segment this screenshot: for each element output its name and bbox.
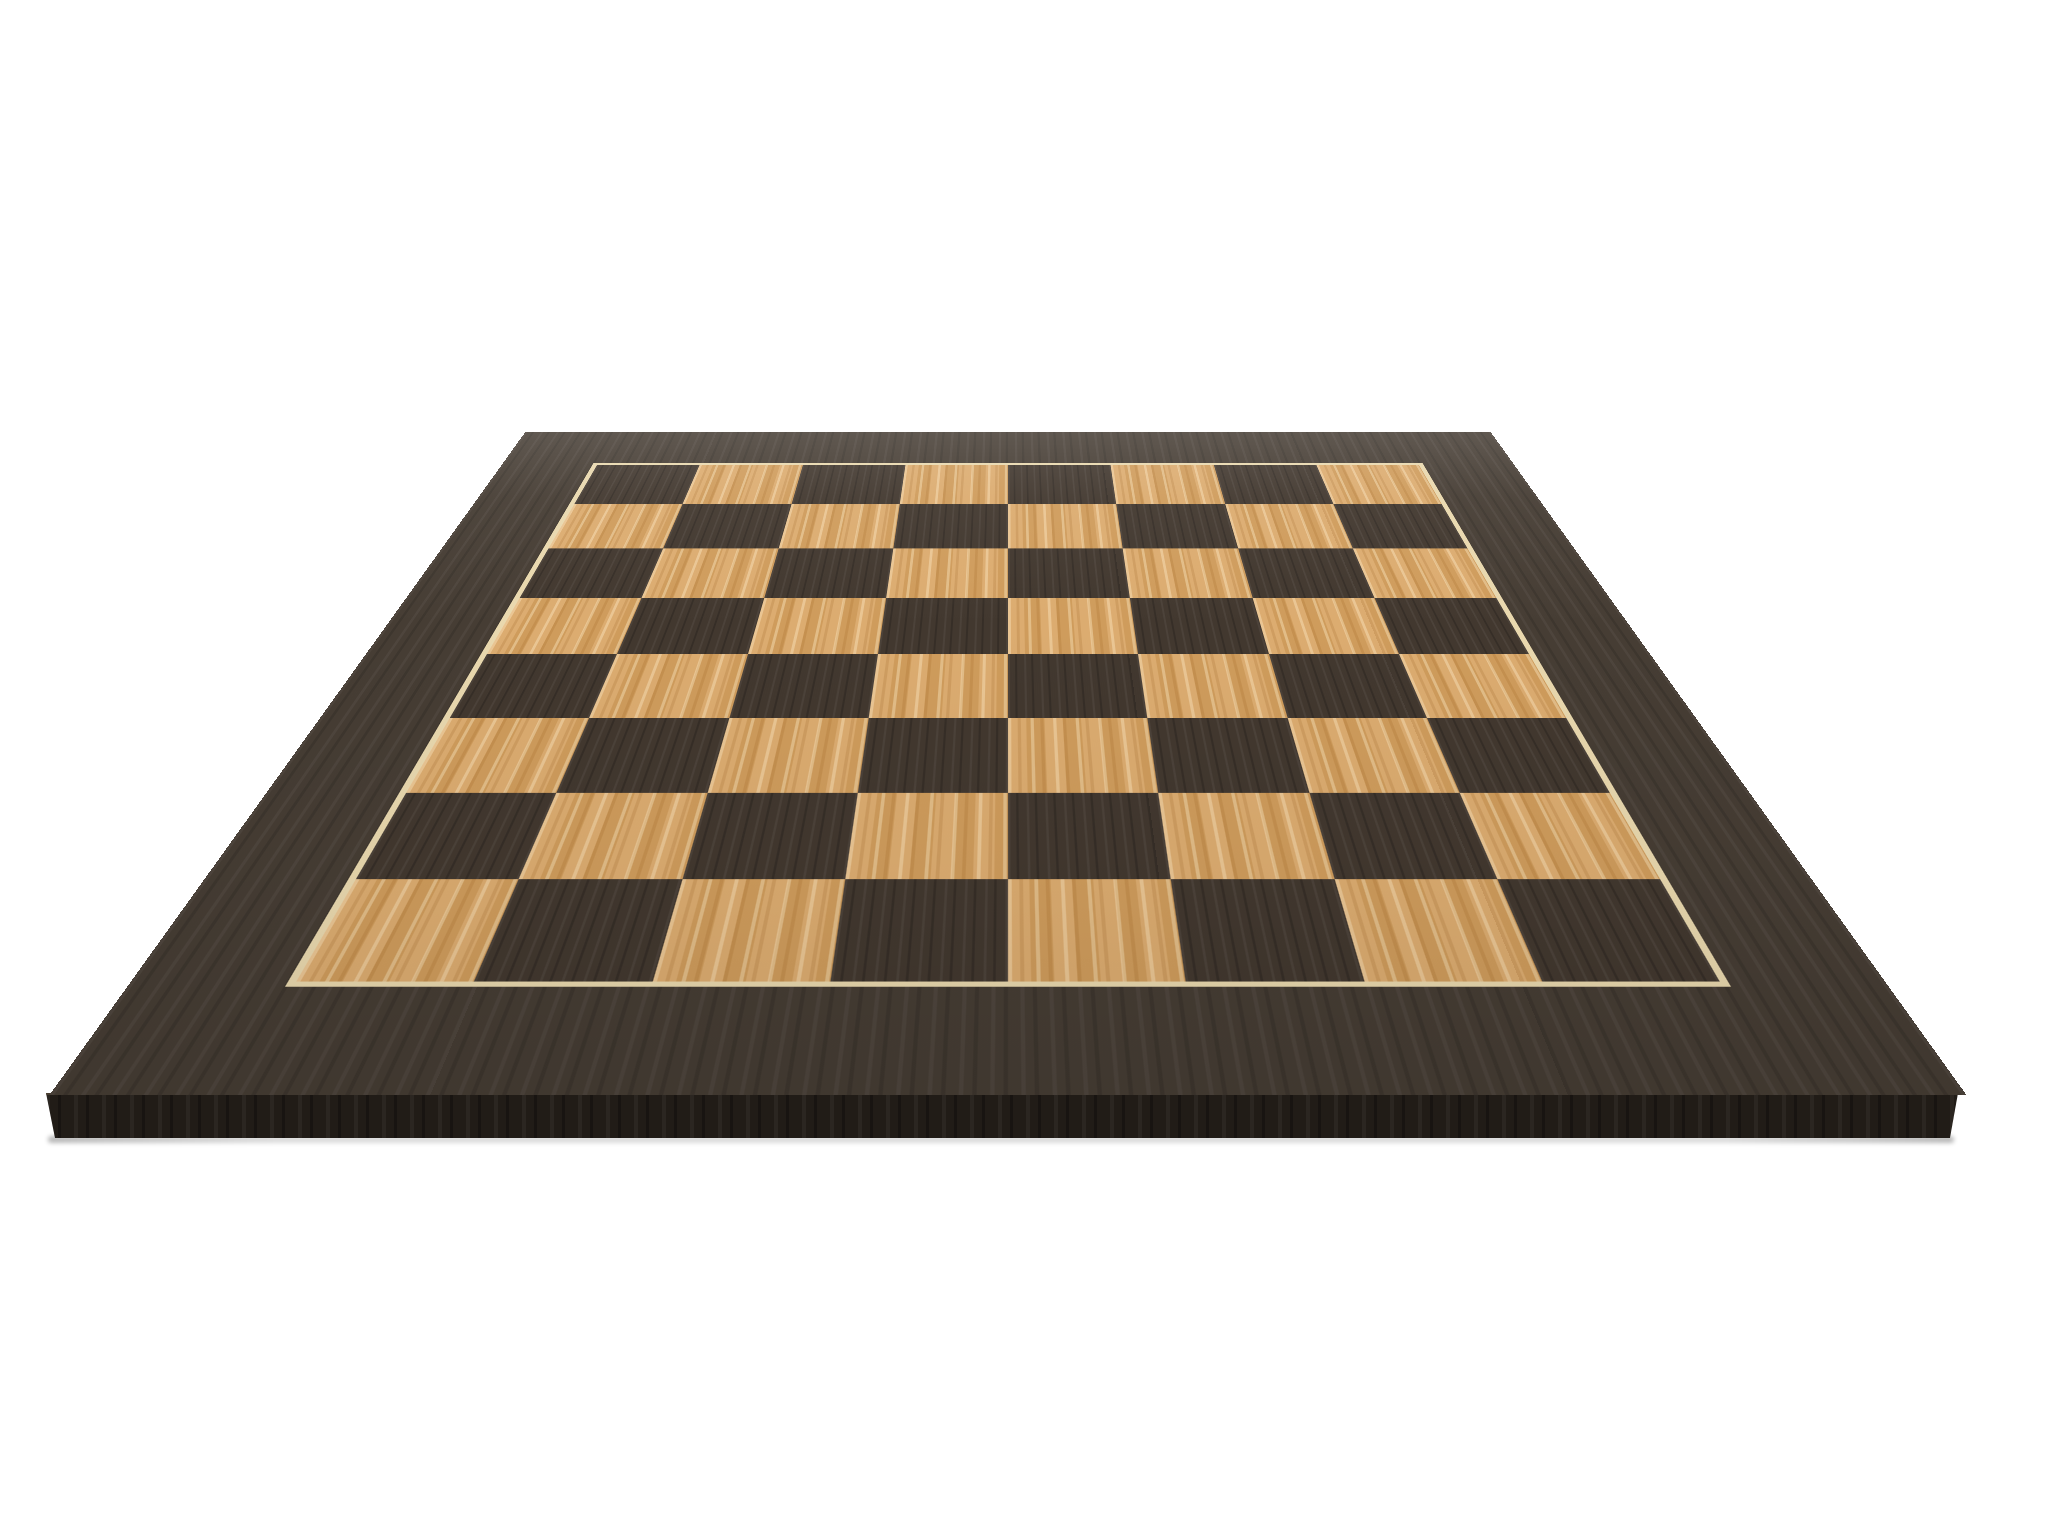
inlay-border [285, 463, 1731, 987]
square-h6 [1353, 548, 1497, 598]
board-front-edge [46, 1093, 1958, 1138]
square-e7 [1008, 504, 1123, 548]
square-b4 [589, 654, 747, 718]
square-f3 [1148, 718, 1309, 792]
square-f4 [1138, 654, 1287, 718]
square-f1 [1171, 879, 1364, 981]
square-a8 [574, 465, 700, 504]
chess-board [49, 432, 1966, 1095]
square-d4 [868, 654, 1008, 718]
square-f2 [1158, 792, 1334, 879]
board-grid [296, 465, 1719, 982]
square-h5 [1374, 598, 1529, 654]
square-a7 [549, 504, 683, 548]
square-e4 [1008, 654, 1148, 718]
square-e3 [1008, 718, 1158, 792]
square-g8 [1213, 465, 1333, 504]
square-d2 [845, 792, 1008, 879]
square-f8 [1111, 465, 1225, 504]
square-f7 [1116, 504, 1237, 548]
square-e2 [1008, 792, 1171, 879]
square-d8 [900, 465, 1008, 504]
square-d6 [886, 548, 1008, 598]
square-d3 [858, 718, 1008, 792]
square-b5 [617, 598, 764, 654]
square-g7 [1225, 504, 1353, 548]
square-d7 [893, 504, 1008, 548]
square-b8 [683, 465, 803, 504]
square-f5 [1130, 598, 1268, 654]
square-c6 [764, 548, 893, 598]
square-c1 [652, 879, 845, 981]
square-d5 [878, 598, 1008, 654]
square-h7 [1333, 504, 1467, 548]
square-c5 [748, 598, 886, 654]
square-h4 [1399, 654, 1567, 718]
square-c2 [682, 792, 858, 879]
square-d1 [830, 879, 1008, 981]
product-photo-scene [0, 0, 2048, 1536]
board-frame [49, 432, 1966, 1095]
square-g5 [1252, 598, 1399, 654]
square-e6 [1008, 548, 1130, 598]
square-c3 [707, 718, 868, 792]
square-b7 [663, 504, 791, 548]
square-e8 [1008, 465, 1116, 504]
square-h3 [1427, 718, 1610, 792]
square-a5 [487, 598, 642, 654]
square-e5 [1008, 598, 1138, 654]
square-a6 [520, 548, 664, 598]
square-b6 [642, 548, 778, 598]
square-f6 [1123, 548, 1252, 598]
square-e1 [1008, 879, 1186, 981]
square-c8 [791, 465, 905, 504]
square-h8 [1316, 465, 1442, 504]
square-c4 [729, 654, 878, 718]
square-c7 [778, 504, 899, 548]
square-g6 [1238, 548, 1374, 598]
